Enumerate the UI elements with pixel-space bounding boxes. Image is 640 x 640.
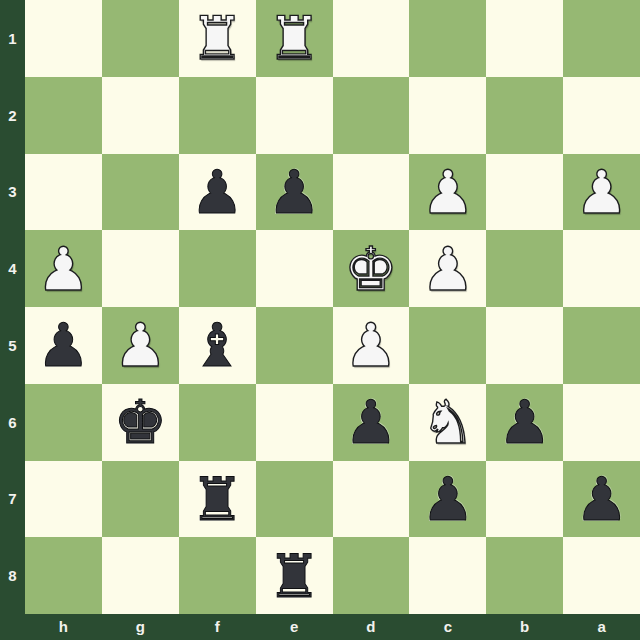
square-h2[interactable] <box>25 77 102 154</box>
square-b3[interactable] <box>486 154 563 231</box>
black-pawn-icon[interactable]: ♟ <box>25 307 102 384</box>
square-d6[interactable]: ♟ <box>333 384 410 461</box>
square-b5[interactable] <box>486 307 563 384</box>
square-g6[interactable]: ♚ <box>102 384 179 461</box>
square-h4[interactable]: ♟ <box>25 230 102 307</box>
square-e4[interactable] <box>256 230 333 307</box>
file-label-a: a <box>563 614 640 640</box>
black-pawn-icon[interactable]: ♟ <box>563 461 640 538</box>
rank-label-5: 5 <box>0 307 25 384</box>
square-g8[interactable] <box>102 537 179 614</box>
square-f6[interactable] <box>179 384 256 461</box>
file-label-h: h <box>25 614 102 640</box>
rank-label-2: 2 <box>0 77 25 154</box>
file-label-f: f <box>179 614 256 640</box>
square-h7[interactable] <box>25 461 102 538</box>
white-pawn-icon[interactable]: ♟ <box>333 307 410 384</box>
square-b7[interactable] <box>486 461 563 538</box>
square-g4[interactable] <box>102 230 179 307</box>
square-g3[interactable] <box>102 154 179 231</box>
square-a3[interactable]: ♟ <box>563 154 640 231</box>
white-rook-icon[interactable]: ♜ <box>256 0 333 77</box>
file-label-b: b <box>486 614 563 640</box>
rank-label-6: 6 <box>0 384 25 461</box>
square-d2[interactable] <box>333 77 410 154</box>
square-g5[interactable]: ♟ <box>102 307 179 384</box>
square-f4[interactable] <box>179 230 256 307</box>
square-f8[interactable] <box>179 537 256 614</box>
square-h8[interactable] <box>25 537 102 614</box>
square-c3[interactable]: ♟ <box>409 154 486 231</box>
square-f1[interactable]: ♜ <box>179 0 256 77</box>
file-label-e: e <box>256 614 333 640</box>
square-c5[interactable] <box>409 307 486 384</box>
square-d5[interactable]: ♟ <box>333 307 410 384</box>
white-pawn-icon[interactable]: ♟ <box>409 230 486 307</box>
square-h1[interactable] <box>25 0 102 77</box>
white-pawn-icon[interactable]: ♟ <box>25 230 102 307</box>
black-pawn-icon[interactable]: ♟ <box>409 461 486 538</box>
white-pawn-icon[interactable]: ♟ <box>563 154 640 231</box>
square-a1[interactable] <box>563 0 640 77</box>
square-e7[interactable] <box>256 461 333 538</box>
white-king-icon[interactable]: ♚ <box>333 230 410 307</box>
square-f5[interactable]: ♝ <box>179 307 256 384</box>
black-bishop-icon[interactable]: ♝ <box>179 307 256 384</box>
square-a4[interactable] <box>563 230 640 307</box>
square-e8[interactable]: ♜ <box>256 537 333 614</box>
white-rook-icon[interactable]: ♜ <box>179 0 256 77</box>
square-a8[interactable] <box>563 537 640 614</box>
square-e6[interactable] <box>256 384 333 461</box>
square-c4[interactable]: ♟ <box>409 230 486 307</box>
rank-label-3: 3 <box>0 154 25 231</box>
rank-label-7: 7 <box>0 461 25 538</box>
square-a5[interactable] <box>563 307 640 384</box>
square-e2[interactable] <box>256 77 333 154</box>
square-c2[interactable] <box>409 77 486 154</box>
square-h6[interactable] <box>25 384 102 461</box>
chess-board-app: 12345678 ♜♜♟♟♟♟♟♚♟♟♟♝♟♚♟♞♟♜♟♟♜ hgfedcba <box>0 0 640 640</box>
black-pawn-icon[interactable]: ♟ <box>256 154 333 231</box>
square-h5[interactable]: ♟ <box>25 307 102 384</box>
square-b1[interactable] <box>486 0 563 77</box>
file-label-c: c <box>409 614 486 640</box>
square-f3[interactable]: ♟ <box>179 154 256 231</box>
square-b8[interactable] <box>486 537 563 614</box>
white-pawn-icon[interactable]: ♟ <box>409 154 486 231</box>
black-pawn-icon[interactable]: ♟ <box>179 154 256 231</box>
white-knight-icon[interactable]: ♞ <box>409 384 486 461</box>
square-d1[interactable] <box>333 0 410 77</box>
square-h3[interactable] <box>25 154 102 231</box>
black-rook-icon[interactable]: ♜ <box>256 537 333 614</box>
square-c8[interactable] <box>409 537 486 614</box>
black-rook-icon[interactable]: ♜ <box>179 461 256 538</box>
square-b6[interactable]: ♟ <box>486 384 563 461</box>
square-c6[interactable]: ♞ <box>409 384 486 461</box>
square-g2[interactable] <box>102 77 179 154</box>
square-a2[interactable] <box>563 77 640 154</box>
square-b2[interactable] <box>486 77 563 154</box>
square-a7[interactable]: ♟ <box>563 461 640 538</box>
rank-label-1: 1 <box>0 0 25 77</box>
square-e3[interactable]: ♟ <box>256 154 333 231</box>
rank-label-4: 4 <box>0 230 25 307</box>
chess-board[interactable]: ♜♜♟♟♟♟♟♚♟♟♟♝♟♚♟♞♟♜♟♟♜ <box>25 0 640 614</box>
square-d3[interactable] <box>333 154 410 231</box>
square-b4[interactable] <box>486 230 563 307</box>
white-pawn-icon[interactable]: ♟ <box>102 307 179 384</box>
black-pawn-icon[interactable]: ♟ <box>486 384 563 461</box>
square-e1[interactable]: ♜ <box>256 0 333 77</box>
square-c1[interactable] <box>409 0 486 77</box>
square-f7[interactable]: ♜ <box>179 461 256 538</box>
square-a6[interactable] <box>563 384 640 461</box>
file-label-d: d <box>333 614 410 640</box>
square-f2[interactable] <box>179 77 256 154</box>
square-c7[interactable]: ♟ <box>409 461 486 538</box>
rank-label-8: 8 <box>0 537 25 614</box>
square-d7[interactable] <box>333 461 410 538</box>
black-pawn-icon[interactable]: ♟ <box>333 384 410 461</box>
file-labels: hgfedcba <box>25 614 640 640</box>
square-d8[interactable] <box>333 537 410 614</box>
square-d4[interactable]: ♚ <box>333 230 410 307</box>
rank-labels: 12345678 <box>0 0 25 614</box>
square-g7[interactable] <box>102 461 179 538</box>
square-e5[interactable] <box>256 307 333 384</box>
file-label-g: g <box>102 614 179 640</box>
black-king-icon[interactable]: ♚ <box>102 384 179 461</box>
square-g1[interactable] <box>102 0 179 77</box>
